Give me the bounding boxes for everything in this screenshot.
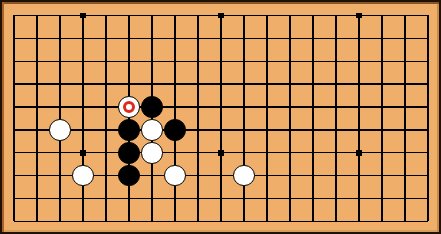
- intersection: [118, 4, 141, 27]
- intersection: [164, 73, 187, 96]
- intersection: [279, 4, 302, 27]
- intersection: [233, 4, 256, 27]
- intersection: [394, 187, 417, 210]
- intersection: [3, 187, 26, 210]
- intersection: [256, 118, 279, 141]
- intersection: [95, 27, 118, 50]
- intersection: [394, 210, 417, 233]
- intersection: [3, 27, 26, 50]
- intersection: [26, 27, 49, 50]
- intersection: [118, 50, 141, 73]
- intersection: [371, 96, 394, 119]
- intersection: [210, 96, 233, 119]
- intersection: [187, 141, 210, 164]
- intersection: [348, 141, 371, 164]
- go-board-diagram: [0, 0, 441, 234]
- black-stone: [118, 119, 140, 141]
- intersection: [164, 210, 187, 233]
- black-stone: [141, 96, 163, 118]
- intersection: [26, 73, 49, 96]
- intersection: [348, 118, 371, 141]
- intersection: [394, 27, 417, 50]
- intersection: [279, 50, 302, 73]
- intersection: [417, 210, 440, 233]
- black-stone: [118, 165, 140, 187]
- intersection: [72, 187, 95, 210]
- intersection: [49, 27, 72, 50]
- intersection: [141, 27, 164, 50]
- intersection: [348, 50, 371, 73]
- intersection: [118, 210, 141, 233]
- white-stone: [233, 165, 255, 187]
- hoshi-star-point: [218, 150, 224, 156]
- intersection: [141, 73, 164, 96]
- intersection: [187, 164, 210, 187]
- intersection: [302, 96, 325, 119]
- intersection: [164, 96, 187, 119]
- intersection: [233, 96, 256, 119]
- intersection: [164, 187, 187, 210]
- intersection: [72, 4, 95, 27]
- intersection: [72, 141, 95, 164]
- intersection: [210, 118, 233, 141]
- intersection: [256, 4, 279, 27]
- intersection: [302, 141, 325, 164]
- intersection: [417, 27, 440, 50]
- intersection: [256, 73, 279, 96]
- intersection: [210, 73, 233, 96]
- intersection: [118, 118, 141, 141]
- intersection: [233, 27, 256, 50]
- intersection: [72, 164, 95, 187]
- intersection: [394, 118, 417, 141]
- hoshi-star-point: [356, 13, 362, 19]
- intersection: [164, 118, 187, 141]
- intersection: [210, 187, 233, 210]
- intersection: [26, 141, 49, 164]
- intersection: [49, 73, 72, 96]
- intersection: [417, 118, 440, 141]
- intersection: [95, 73, 118, 96]
- intersection: [348, 164, 371, 187]
- intersection: [49, 50, 72, 73]
- board-grid: [3, 4, 440, 233]
- intersection: [187, 187, 210, 210]
- intersection: [141, 141, 164, 164]
- intersection: [302, 50, 325, 73]
- intersection: [302, 187, 325, 210]
- intersection: [95, 141, 118, 164]
- intersection: [279, 96, 302, 119]
- intersection: [279, 210, 302, 233]
- intersection: [95, 164, 118, 187]
- intersection: [95, 50, 118, 73]
- intersection: [118, 164, 141, 187]
- intersection: [279, 27, 302, 50]
- intersection: [49, 96, 72, 119]
- intersection: [417, 96, 440, 119]
- intersection: [394, 73, 417, 96]
- intersection: [371, 118, 394, 141]
- intersection: [210, 4, 233, 27]
- intersection: [26, 96, 49, 119]
- intersection: [72, 73, 95, 96]
- intersection: [3, 164, 26, 187]
- intersection: [417, 73, 440, 96]
- black-stone: [164, 119, 186, 141]
- intersection: [164, 141, 187, 164]
- intersection: [49, 164, 72, 187]
- intersection: [26, 164, 49, 187]
- intersection: [394, 141, 417, 164]
- intersection: [210, 210, 233, 233]
- intersection: [302, 164, 325, 187]
- intersection: [210, 50, 233, 73]
- intersection: [187, 96, 210, 119]
- hoshi-star-point: [80, 150, 86, 156]
- intersection: [348, 4, 371, 27]
- white-stone: [141, 142, 163, 164]
- intersection: [233, 210, 256, 233]
- intersection: [325, 50, 348, 73]
- intersection: [49, 4, 72, 27]
- intersection: [118, 27, 141, 50]
- intersection: [141, 187, 164, 210]
- intersection: [233, 164, 256, 187]
- intersection: [348, 96, 371, 119]
- intersection: [164, 4, 187, 27]
- intersection: [279, 164, 302, 187]
- intersection: [256, 141, 279, 164]
- intersection: [26, 50, 49, 73]
- intersection: [72, 210, 95, 233]
- intersection: [3, 118, 26, 141]
- hoshi-star-point: [218, 13, 224, 19]
- white-stone: [72, 165, 94, 187]
- intersection: [187, 210, 210, 233]
- white-stone: [164, 165, 186, 187]
- intersection: [302, 118, 325, 141]
- intersection: [49, 118, 72, 141]
- intersection: [3, 4, 26, 27]
- intersection: [118, 141, 141, 164]
- intersection: [210, 141, 233, 164]
- intersection: [348, 210, 371, 233]
- intersection: [325, 27, 348, 50]
- intersection: [325, 210, 348, 233]
- intersection: [371, 73, 394, 96]
- intersection: [302, 210, 325, 233]
- intersection: [348, 73, 371, 96]
- intersection: [417, 141, 440, 164]
- intersection: [187, 118, 210, 141]
- intersection: [141, 50, 164, 73]
- intersection: [256, 164, 279, 187]
- intersection: [187, 73, 210, 96]
- intersection: [302, 27, 325, 50]
- intersection: [325, 141, 348, 164]
- intersection: [279, 187, 302, 210]
- intersection: [348, 187, 371, 210]
- intersection: [325, 187, 348, 210]
- intersection: [325, 4, 348, 27]
- intersection: [371, 210, 394, 233]
- intersection: [118, 73, 141, 96]
- intersection: [26, 4, 49, 27]
- intersection: [371, 4, 394, 27]
- intersection: [164, 50, 187, 73]
- intersection: [187, 50, 210, 73]
- intersection: [233, 73, 256, 96]
- intersection: [95, 210, 118, 233]
- intersection: [3, 141, 26, 164]
- intersection: [141, 210, 164, 233]
- black-stone: [118, 142, 140, 164]
- intersection: [256, 210, 279, 233]
- intersection: [141, 118, 164, 141]
- intersection: [279, 141, 302, 164]
- intersection: [371, 164, 394, 187]
- intersection: [3, 96, 26, 119]
- intersection: [394, 50, 417, 73]
- intersection: [325, 164, 348, 187]
- intersection: [256, 27, 279, 50]
- intersection: [348, 27, 371, 50]
- intersection: [233, 50, 256, 73]
- intersection: [210, 27, 233, 50]
- intersection: [371, 27, 394, 50]
- intersection: [325, 96, 348, 119]
- white-stone: [49, 119, 71, 141]
- intersection: [256, 187, 279, 210]
- intersection: [118, 187, 141, 210]
- intersection: [302, 4, 325, 27]
- intersection: [394, 96, 417, 119]
- intersection: [26, 118, 49, 141]
- white-stone-marked: [118, 96, 140, 118]
- intersection: [72, 50, 95, 73]
- hoshi-star-point: [356, 150, 362, 156]
- intersection: [49, 141, 72, 164]
- intersection: [279, 118, 302, 141]
- intersection: [95, 4, 118, 27]
- intersection: [141, 96, 164, 119]
- intersection: [3, 73, 26, 96]
- intersection: [95, 187, 118, 210]
- hoshi-star-point: [80, 13, 86, 19]
- intersection: [49, 187, 72, 210]
- intersection: [233, 141, 256, 164]
- intersection: [49, 210, 72, 233]
- intersection: [256, 96, 279, 119]
- intersection: [325, 118, 348, 141]
- intersection: [141, 164, 164, 187]
- intersection: [417, 164, 440, 187]
- intersection: [210, 164, 233, 187]
- intersection: [164, 164, 187, 187]
- intersection: [417, 50, 440, 73]
- intersection: [371, 187, 394, 210]
- intersection: [233, 118, 256, 141]
- intersection: [26, 187, 49, 210]
- intersection: [394, 164, 417, 187]
- red-circle-mark: [123, 101, 136, 114]
- intersection: [26, 210, 49, 233]
- intersection: [279, 73, 302, 96]
- intersection: [72, 27, 95, 50]
- intersection: [325, 73, 348, 96]
- intersection: [164, 27, 187, 50]
- intersection: [3, 210, 26, 233]
- intersection: [187, 27, 210, 50]
- white-stone: [141, 119, 163, 141]
- intersection: [72, 96, 95, 119]
- intersection: [3, 50, 26, 73]
- intersection: [371, 50, 394, 73]
- intersection: [417, 187, 440, 210]
- intersection: [394, 4, 417, 27]
- intersection: [302, 73, 325, 96]
- intersection: [417, 4, 440, 27]
- intersection: [256, 50, 279, 73]
- intersection: [95, 96, 118, 119]
- intersection: [371, 141, 394, 164]
- intersection: [233, 187, 256, 210]
- intersection: [72, 118, 95, 141]
- intersection: [118, 96, 141, 119]
- intersection: [187, 4, 210, 27]
- intersection: [95, 118, 118, 141]
- intersection: [141, 4, 164, 27]
